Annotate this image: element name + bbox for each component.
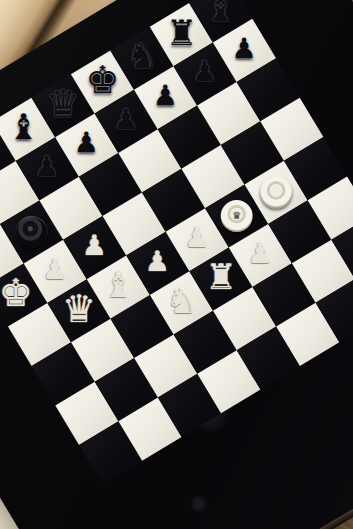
black-pawn[interactable]: ♟ (153, 82, 178, 110)
white-pawn[interactable]: ♟ (248, 239, 273, 267)
white-king[interactable]: ♚ (0, 274, 33, 312)
white-pawn[interactable]: ♟ (43, 255, 68, 283)
white-bishop[interactable]: ♝ (103, 268, 134, 303)
white-disc-piece[interactable]: ♛ (221, 200, 253, 232)
white-pawn[interactable]: ♟ (185, 224, 210, 252)
black-bishop[interactable]: ♝ (205, 0, 236, 26)
white-knight[interactable]: ♞ (166, 283, 197, 318)
black-bishop[interactable]: ♝ (8, 110, 39, 145)
white-pawn[interactable]: ♟ (145, 247, 170, 275)
white-pawn[interactable]: ♟ (82, 232, 107, 260)
black-pawn[interactable]: ♟ (74, 129, 99, 157)
black-pawn[interactable]: ♟ (232, 34, 257, 62)
black-knight[interactable]: ♞ (126, 39, 157, 74)
black-pawn[interactable]: ♟ (192, 58, 217, 86)
chess-board-grid: ♝♛♚♞♜♝♟♟♟♟♟♟♚♟♟♛♝♟♟♛♞♜♟ (0, 0, 353, 484)
chess-board: ♝♛♚♞♜♝♟♟♟♟♟♟♚♟♟♛♝♟♟♛♞♜♟ (0, 0, 353, 529)
white-disc-piece[interactable] (260, 176, 292, 208)
white-rook[interactable]: ♜ (205, 260, 236, 295)
disc-crest-emblem: ♛ (232, 211, 241, 221)
black-disc-piece[interactable] (16, 216, 48, 248)
black-king[interactable]: ♚ (85, 61, 119, 99)
chess-photo-scene: ♝♛♚♞♜♝♟♟♟♟♟♟♚♟♟♛♝♟♟♛♞♜♟ (0, 0, 353, 529)
black-queen[interactable]: ♛ (46, 85, 80, 123)
black-pawn[interactable]: ♟ (35, 153, 60, 181)
black-pawn[interactable]: ♟ (114, 105, 139, 133)
white-queen[interactable]: ♛ (62, 290, 96, 328)
black-rook[interactable]: ♜ (166, 15, 197, 50)
